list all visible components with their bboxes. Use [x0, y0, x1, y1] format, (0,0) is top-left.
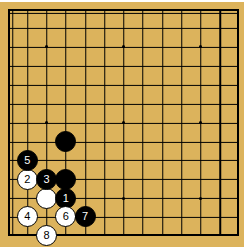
- stone-number: 6: [63, 211, 69, 222]
- stone-white-4[interactable]: 4: [17, 206, 38, 227]
- stone-black-1[interactable]: 1: [55, 188, 76, 209]
- stone-white[interactable]: [36, 188, 57, 209]
- board-intersections: 12345678: [0, 0, 247, 245]
- stone-white-2[interactable]: 2: [17, 169, 38, 190]
- stone-number: 8: [43, 230, 49, 241]
- stone-black-3[interactable]: 3: [36, 169, 57, 190]
- page: 12345678: [0, 0, 247, 247]
- stone-number: 4: [24, 211, 30, 222]
- go-board[interactable]: 12345678: [0, 2, 244, 247]
- hoshi-point: [45, 45, 48, 48]
- hoshi-point: [122, 45, 125, 48]
- stone-white-8[interactable]: 8: [36, 225, 57, 246]
- hoshi-point: [122, 121, 125, 124]
- hoshi-point: [199, 121, 202, 124]
- stone-number: 5: [24, 155, 30, 166]
- stone-white-6[interactable]: 6: [55, 206, 76, 227]
- stone-number: 2: [24, 174, 30, 185]
- stone-black-5[interactable]: 5: [17, 150, 38, 171]
- stone-black[interactable]: [55, 131, 76, 152]
- stone-number: 1: [63, 193, 69, 204]
- stone-number: 7: [82, 211, 88, 222]
- hoshi-point: [122, 197, 125, 200]
- hoshi-point: [45, 121, 48, 124]
- stone-black[interactable]: [55, 169, 76, 190]
- stone-number: 3: [43, 174, 49, 185]
- hoshi-point: [199, 45, 202, 48]
- hoshi-point: [199, 197, 202, 200]
- stone-black-7[interactable]: 7: [75, 206, 96, 227]
